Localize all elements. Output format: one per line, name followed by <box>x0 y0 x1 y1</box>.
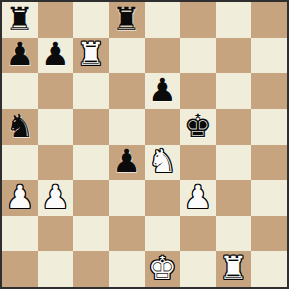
square-f3[interactable]: ♟ <box>180 180 216 216</box>
square-a2[interactable] <box>2 216 38 252</box>
square-d2[interactable] <box>109 216 145 252</box>
square-g6[interactable] <box>216 73 252 109</box>
square-a5[interactable]: ♞ <box>2 109 38 145</box>
white-pawn-f3[interactable]: ♟ <box>184 181 213 213</box>
square-d5[interactable] <box>109 109 145 145</box>
square-f6[interactable] <box>180 73 216 109</box>
white-rook-c7[interactable]: ♜ <box>77 38 106 70</box>
white-rook-g1[interactable]: ♜ <box>219 252 248 284</box>
white-pawn-b3[interactable]: ♟ <box>41 181 70 213</box>
square-f5[interactable]: ♚ <box>180 109 216 145</box>
square-h8[interactable] <box>251 2 287 38</box>
white-king-e1[interactable]: ♚ <box>148 252 177 284</box>
chess-board: ♜♜♟♟♜♟♞♚♟♞♟♟♟♚♜ <box>2 2 287 287</box>
square-c1[interactable] <box>73 251 109 287</box>
square-h6[interactable] <box>251 73 287 109</box>
square-g2[interactable] <box>216 216 252 252</box>
square-e4[interactable]: ♞ <box>145 145 181 181</box>
square-a1[interactable] <box>2 251 38 287</box>
square-g3[interactable] <box>216 180 252 216</box>
black-rook-d8[interactable]: ♜ <box>112 3 141 35</box>
square-e3[interactable] <box>145 180 181 216</box>
black-king-f5[interactable]: ♚ <box>184 110 213 142</box>
square-f4[interactable] <box>180 145 216 181</box>
square-d6[interactable] <box>109 73 145 109</box>
square-e7[interactable] <box>145 38 181 74</box>
square-c8[interactable] <box>73 2 109 38</box>
black-pawn-b7[interactable]: ♟ <box>41 38 70 70</box>
square-b1[interactable] <box>38 251 74 287</box>
square-h4[interactable] <box>251 145 287 181</box>
chess-board-frame: ♜♜♟♟♜♟♞♚♟♞♟♟♟♚♜ <box>0 0 289 289</box>
square-g7[interactable] <box>216 38 252 74</box>
square-h7[interactable] <box>251 38 287 74</box>
square-f2[interactable] <box>180 216 216 252</box>
square-a6[interactable] <box>2 73 38 109</box>
square-e2[interactable] <box>145 216 181 252</box>
square-b4[interactable] <box>38 145 74 181</box>
square-h2[interactable] <box>251 216 287 252</box>
square-b8[interactable] <box>38 2 74 38</box>
square-b5[interactable] <box>38 109 74 145</box>
square-e8[interactable] <box>145 2 181 38</box>
black-pawn-a7[interactable]: ♟ <box>5 38 34 70</box>
square-c6[interactable] <box>73 73 109 109</box>
square-d3[interactable] <box>109 180 145 216</box>
square-g4[interactable] <box>216 145 252 181</box>
square-g8[interactable] <box>216 2 252 38</box>
square-h5[interactable] <box>251 109 287 145</box>
square-d1[interactable] <box>109 251 145 287</box>
square-h1[interactable] <box>251 251 287 287</box>
square-a4[interactable] <box>2 145 38 181</box>
black-knight-a5[interactable]: ♞ <box>5 110 34 142</box>
black-pawn-e6[interactable]: ♟ <box>148 74 177 106</box>
white-knight-e4[interactable]: ♞ <box>148 145 177 177</box>
square-a7[interactable]: ♟ <box>2 38 38 74</box>
square-c2[interactable] <box>73 216 109 252</box>
square-a3[interactable]: ♟ <box>2 180 38 216</box>
square-e6[interactable]: ♟ <box>145 73 181 109</box>
square-c5[interactable] <box>73 109 109 145</box>
square-g1[interactable]: ♜ <box>216 251 252 287</box>
square-c7[interactable]: ♜ <box>73 38 109 74</box>
square-h3[interactable] <box>251 180 287 216</box>
square-d4[interactable]: ♟ <box>109 145 145 181</box>
black-pawn-d4[interactable]: ♟ <box>112 145 141 177</box>
square-b6[interactable] <box>38 73 74 109</box>
square-f8[interactable] <box>180 2 216 38</box>
square-b3[interactable]: ♟ <box>38 180 74 216</box>
square-f1[interactable] <box>180 251 216 287</box>
square-b7[interactable]: ♟ <box>38 38 74 74</box>
square-a8[interactable]: ♜ <box>2 2 38 38</box>
square-d7[interactable] <box>109 38 145 74</box>
square-c3[interactable] <box>73 180 109 216</box>
square-e1[interactable]: ♚ <box>145 251 181 287</box>
square-f7[interactable] <box>180 38 216 74</box>
square-g5[interactable] <box>216 109 252 145</box>
white-pawn-a3[interactable]: ♟ <box>5 181 34 213</box>
black-rook-a8[interactable]: ♜ <box>5 3 34 35</box>
square-d8[interactable]: ♜ <box>109 2 145 38</box>
square-c4[interactable] <box>73 145 109 181</box>
square-b2[interactable] <box>38 216 74 252</box>
square-e5[interactable] <box>145 109 181 145</box>
